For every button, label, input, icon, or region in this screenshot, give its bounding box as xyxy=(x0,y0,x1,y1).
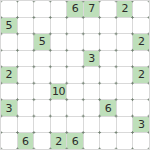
empty-cell[interactable] xyxy=(34,67,50,83)
empty-cell[interactable] xyxy=(1,1,17,17)
clue-cell: 2 xyxy=(51,133,67,149)
empty-cell[interactable] xyxy=(117,100,133,116)
empty-cell[interactable] xyxy=(133,133,149,149)
empty-cell[interactable] xyxy=(34,117,50,133)
clue-cell: 2 xyxy=(133,67,149,83)
empty-cell[interactable] xyxy=(100,133,116,149)
empty-cell[interactable] xyxy=(51,67,67,83)
empty-cell[interactable] xyxy=(51,51,67,67)
empty-cell[interactable] xyxy=(51,34,67,50)
clue-cell: 3 xyxy=(133,117,149,133)
clue-cell: 3 xyxy=(84,51,100,67)
empty-cell[interactable] xyxy=(117,133,133,149)
empty-cell[interactable] xyxy=(117,51,133,67)
clue-cell: 6 xyxy=(18,133,34,149)
empty-cell[interactable] xyxy=(100,18,116,34)
empty-cell[interactable] xyxy=(67,18,83,34)
empty-cell[interactable] xyxy=(133,51,149,67)
empty-cell[interactable] xyxy=(67,34,83,50)
empty-cell[interactable] xyxy=(34,133,50,149)
empty-cell[interactable] xyxy=(1,133,17,149)
empty-cell[interactable] xyxy=(51,100,67,116)
empty-cell[interactable] xyxy=(18,67,34,83)
clue-cell: 2 xyxy=(1,67,17,83)
empty-cell[interactable] xyxy=(34,100,50,116)
empty-cell[interactable] xyxy=(100,1,116,17)
empty-cell[interactable] xyxy=(84,34,100,50)
clue-cell: 6 xyxy=(67,133,83,149)
empty-cell[interactable] xyxy=(117,84,133,100)
empty-cell[interactable] xyxy=(133,100,149,116)
empty-cell[interactable] xyxy=(67,67,83,83)
empty-cell[interactable] xyxy=(1,117,17,133)
empty-cell[interactable] xyxy=(117,18,133,34)
clue-cell: 7 xyxy=(84,1,100,17)
empty-cell[interactable] xyxy=(34,51,50,67)
empty-cell[interactable] xyxy=(18,117,34,133)
empty-cell[interactable] xyxy=(84,100,100,116)
nurikabe-board: 67255232210363626 xyxy=(0,0,150,150)
empty-cell[interactable] xyxy=(51,1,67,17)
empty-cell[interactable] xyxy=(84,84,100,100)
clue-cell: 6 xyxy=(100,100,116,116)
empty-cell[interactable] xyxy=(84,133,100,149)
empty-cell[interactable] xyxy=(117,34,133,50)
empty-cell[interactable] xyxy=(100,84,116,100)
puzzle-grid: 67255232210363626 xyxy=(1,1,149,149)
empty-cell[interactable] xyxy=(67,100,83,116)
empty-cell[interactable] xyxy=(51,18,67,34)
empty-cell[interactable] xyxy=(84,117,100,133)
empty-cell[interactable] xyxy=(67,117,83,133)
empty-cell[interactable] xyxy=(1,34,17,50)
empty-cell[interactable] xyxy=(34,18,50,34)
empty-cell[interactable] xyxy=(117,67,133,83)
clue-cell: 5 xyxy=(1,18,17,34)
empty-cell[interactable] xyxy=(100,34,116,50)
empty-cell[interactable] xyxy=(34,1,50,17)
empty-cell[interactable] xyxy=(100,67,116,83)
clue-cell: 2 xyxy=(117,1,133,17)
empty-cell[interactable] xyxy=(18,100,34,116)
empty-cell[interactable] xyxy=(117,117,133,133)
empty-cell[interactable] xyxy=(18,1,34,17)
empty-cell[interactable] xyxy=(133,84,149,100)
clue-cell: 10 xyxy=(51,84,67,100)
empty-cell[interactable] xyxy=(100,117,116,133)
empty-cell[interactable] xyxy=(84,67,100,83)
clue-cell: 2 xyxy=(133,34,149,50)
empty-cell[interactable] xyxy=(100,51,116,67)
empty-cell[interactable] xyxy=(1,51,17,67)
empty-cell[interactable] xyxy=(84,18,100,34)
empty-cell[interactable] xyxy=(18,84,34,100)
clue-cell: 6 xyxy=(67,1,83,17)
empty-cell[interactable] xyxy=(133,1,149,17)
empty-cell[interactable] xyxy=(18,34,34,50)
clue-cell: 3 xyxy=(1,100,17,116)
empty-cell[interactable] xyxy=(67,51,83,67)
clue-cell: 5 xyxy=(34,34,50,50)
empty-cell[interactable] xyxy=(51,117,67,133)
empty-cell[interactable] xyxy=(1,84,17,100)
empty-cell[interactable] xyxy=(18,51,34,67)
empty-cell[interactable] xyxy=(67,84,83,100)
empty-cell[interactable] xyxy=(133,18,149,34)
empty-cell[interactable] xyxy=(34,84,50,100)
empty-cell[interactable] xyxy=(18,18,34,34)
